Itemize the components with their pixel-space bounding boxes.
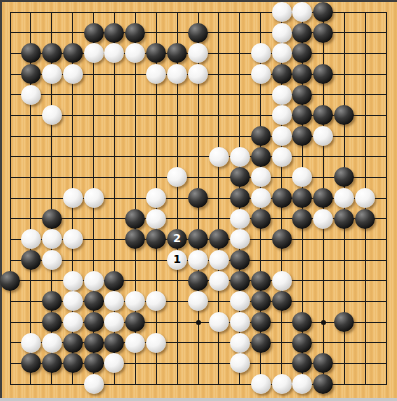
black-stone[interactable] — [21, 250, 41, 270]
black-stone[interactable] — [313, 2, 333, 22]
white-stone[interactable] — [63, 291, 83, 311]
black-stone[interactable] — [334, 312, 354, 332]
black-stone[interactable] — [167, 43, 187, 63]
white-stone[interactable] — [209, 250, 229, 270]
black-stone[interactable] — [251, 147, 271, 167]
board-left-edge — [0, 0, 2, 398]
black-stone[interactable] — [230, 271, 250, 291]
white-stone[interactable] — [272, 147, 292, 167]
go-board[interactable]: 21 — [0, 0, 397, 398]
move-number-label: 2 — [173, 229, 181, 249]
black-stone[interactable] — [125, 23, 145, 43]
black-stone[interactable] — [63, 43, 83, 63]
white-stone[interactable] — [146, 188, 166, 208]
white-stone[interactable] — [63, 312, 83, 332]
white-stone[interactable] — [125, 333, 145, 353]
white-stone[interactable] — [230, 229, 250, 249]
grid-line-vertical — [386, 12, 387, 385]
white-stone[interactable] — [42, 333, 62, 353]
black-stone[interactable] — [84, 291, 104, 311]
black-stone[interactable] — [313, 105, 333, 125]
black-stone[interactable] — [104, 271, 124, 291]
white-stone[interactable] — [146, 209, 166, 229]
black-stone[interactable] — [42, 209, 62, 229]
black-stone[interactable] — [251, 271, 271, 291]
black-stone[interactable] — [334, 209, 354, 229]
black-stone[interactable] — [230, 188, 250, 208]
black-stone[interactable] — [42, 312, 62, 332]
black-stone[interactable] — [251, 312, 271, 332]
white-stone[interactable] — [63, 188, 83, 208]
white-stone[interactable] — [292, 167, 312, 187]
white-stone[interactable] — [84, 188, 104, 208]
white-stone[interactable] — [313, 126, 333, 146]
black-stone[interactable] — [334, 167, 354, 187]
black-stone[interactable] — [292, 188, 312, 208]
white-stone[interactable] — [104, 312, 124, 332]
black-stone[interactable] — [230, 167, 250, 187]
black-stone[interactable] — [21, 64, 41, 84]
white-stone[interactable] — [42, 250, 62, 270]
white-stone[interactable] — [188, 43, 208, 63]
black-stone[interactable] — [292, 105, 312, 125]
black-stone[interactable] — [188, 188, 208, 208]
white-stone[interactable] — [230, 353, 250, 373]
black-stone[interactable] — [292, 64, 312, 84]
black-stone[interactable] — [42, 291, 62, 311]
white-stone[interactable] — [21, 229, 41, 249]
white-stone[interactable] — [104, 291, 124, 311]
star-point — [321, 320, 326, 325]
white-stone[interactable] — [272, 374, 292, 394]
white-stone[interactable] — [146, 291, 166, 311]
grid-line-horizontal — [10, 177, 387, 178]
black-stone[interactable] — [42, 353, 62, 373]
white-stone[interactable] — [21, 85, 41, 105]
board-top-edge — [0, 0, 397, 2]
white-stone[interactable] — [272, 23, 292, 43]
white-stone[interactable] — [272, 271, 292, 291]
star-point — [196, 320, 201, 325]
white-stone[interactable] — [251, 167, 271, 187]
black-stone[interactable] — [188, 23, 208, 43]
go-app-window: 21 — [0, 0, 397, 401]
black-stone[interactable] — [146, 43, 166, 63]
white-stone[interactable] — [167, 167, 187, 187]
black-stone[interactable] — [84, 312, 104, 332]
grid-line-horizontal — [10, 94, 387, 95]
black-stone[interactable] — [84, 353, 104, 373]
white-stone[interactable] — [42, 64, 62, 84]
white-stone[interactable] — [230, 209, 250, 229]
black-stone[interactable] — [292, 209, 312, 229]
black-stone[interactable] — [292, 312, 312, 332]
black-stone[interactable] — [42, 43, 62, 63]
black-stone[interactable] — [251, 126, 271, 146]
white-stone[interactable] — [84, 374, 104, 394]
white-stone[interactable] — [251, 64, 271, 84]
black-stone[interactable] — [292, 333, 312, 353]
white-stone[interactable] — [272, 126, 292, 146]
black-stone[interactable] — [272, 64, 292, 84]
white-stone[interactable] — [292, 2, 312, 22]
white-stone[interactable] — [188, 250, 208, 270]
black-stone[interactable] — [146, 229, 166, 249]
white-stone[interactable] — [63, 271, 83, 291]
white-stone[interactable] — [251, 43, 271, 63]
white-stone[interactable] — [42, 229, 62, 249]
black-stone[interactable] — [188, 271, 208, 291]
black-stone[interactable] — [0, 271, 20, 291]
black-stone[interactable] — [292, 85, 312, 105]
black-stone[interactable] — [272, 229, 292, 249]
white-stone[interactable] — [209, 271, 229, 291]
black-stone[interactable] — [292, 43, 312, 63]
white-stone-move-1[interactable]: 1 — [167, 250, 187, 270]
black-stone[interactable] — [84, 23, 104, 43]
white-stone[interactable] — [209, 147, 229, 167]
black-stone[interactable] — [251, 333, 271, 353]
black-stone[interactable] — [313, 64, 333, 84]
black-stone[interactable] — [21, 353, 41, 373]
white-stone[interactable] — [230, 333, 250, 353]
white-stone[interactable] — [167, 64, 187, 84]
white-stone[interactable] — [188, 291, 208, 311]
black-stone[interactable] — [125, 229, 145, 249]
black-stone[interactable] — [292, 126, 312, 146]
white-stone[interactable] — [84, 43, 104, 63]
white-stone[interactable] — [230, 291, 250, 311]
white-stone[interactable] — [251, 188, 271, 208]
white-stone[interactable] — [104, 353, 124, 373]
white-stone[interactable] — [104, 43, 124, 63]
white-stone[interactable] — [230, 312, 250, 332]
white-stone[interactable] — [272, 105, 292, 125]
white-stone[interactable] — [272, 2, 292, 22]
white-stone[interactable] — [292, 374, 312, 394]
black-stone[interactable] — [125, 312, 145, 332]
black-stone[interactable] — [334, 105, 354, 125]
black-stone[interactable] — [188, 229, 208, 249]
black-stone[interactable] — [251, 291, 271, 311]
black-stone[interactable] — [313, 188, 333, 208]
black-stone-move-2[interactable]: 2 — [167, 229, 187, 249]
white-stone[interactable] — [125, 291, 145, 311]
black-stone[interactable] — [251, 209, 271, 229]
white-stone[interactable] — [272, 85, 292, 105]
white-stone[interactable] — [84, 271, 104, 291]
black-stone[interactable] — [313, 374, 333, 394]
white-stone[interactable] — [355, 188, 375, 208]
move-number-label: 1 — [173, 250, 181, 270]
white-stone[interactable] — [230, 147, 250, 167]
black-stone[interactable] — [21, 43, 41, 63]
black-stone[interactable] — [104, 23, 124, 43]
black-stone[interactable] — [63, 353, 83, 373]
white-stone[interactable] — [21, 333, 41, 353]
black-stone[interactable] — [313, 353, 333, 373]
black-stone[interactable] — [125, 209, 145, 229]
white-stone[interactable] — [188, 64, 208, 84]
white-stone[interactable] — [313, 209, 333, 229]
black-stone[interactable] — [104, 333, 124, 353]
black-stone[interactable] — [272, 188, 292, 208]
black-stone[interactable] — [272, 291, 292, 311]
white-stone[interactable] — [146, 333, 166, 353]
black-stone[interactable] — [209, 229, 229, 249]
white-stone[interactable] — [63, 64, 83, 84]
white-stone[interactable] — [146, 64, 166, 84]
white-stone[interactable] — [272, 43, 292, 63]
black-stone[interactable] — [355, 209, 375, 229]
black-stone[interactable] — [292, 23, 312, 43]
grid-line-horizontal — [10, 156, 387, 157]
black-stone[interactable] — [84, 333, 104, 353]
grid-line-vertical — [10, 12, 11, 385]
black-stone[interactable] — [313, 23, 333, 43]
white-stone[interactable] — [334, 188, 354, 208]
black-stone[interactable] — [230, 250, 250, 270]
white-stone[interactable] — [251, 374, 271, 394]
black-stone[interactable] — [292, 353, 312, 373]
white-stone[interactable] — [63, 229, 83, 249]
white-stone[interactable] — [42, 105, 62, 125]
white-stone[interactable] — [209, 312, 229, 332]
white-stone[interactable] — [125, 43, 145, 63]
black-stone[interactable] — [63, 333, 83, 353]
